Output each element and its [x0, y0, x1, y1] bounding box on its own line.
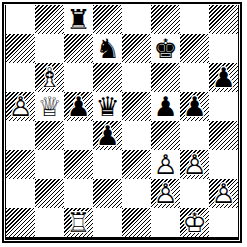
square-e5[interactable] [122, 92, 151, 121]
square-b3[interactable] [35, 150, 64, 179]
square-e7[interactable] [122, 34, 151, 63]
square-h5[interactable] [209, 92, 238, 121]
square-f4[interactable] [151, 121, 180, 150]
square-d4[interactable]: ♟♟ [93, 121, 122, 150]
square-e3[interactable] [122, 150, 151, 179]
square-c4[interactable] [64, 121, 93, 150]
square-g6[interactable] [180, 63, 209, 92]
black-pawn: ♟♟ [64, 92, 93, 121]
square-g5[interactable]: ♟♟ [180, 92, 209, 121]
white-pawn: ♟♙ [6, 92, 35, 121]
white-pawn-glyph: ♙ [209, 179, 238, 208]
white-queen-glyph: ♕ [35, 92, 64, 121]
white-king: ♚♔ [180, 208, 209, 237]
board-inner-border: ♜♜♞♞♚♚♝♗♟♟♟♙♛♕♟♟♛♛♟♟♟♟♟♟♟♙♟♙♟♙♟♙♜♖♚♔ [5, 5, 239, 240]
black-knight-glyph: ♞ [93, 34, 122, 63]
black-pawn-glyph: ♟ [64, 92, 93, 121]
white-queen: ♛♕ [35, 92, 64, 121]
black-pawn-glyph: ♟ [209, 63, 238, 92]
square-b5[interactable]: ♛♕ [35, 92, 64, 121]
square-h2[interactable]: ♟♙ [209, 179, 238, 208]
square-h4[interactable] [209, 121, 238, 150]
square-g4[interactable] [180, 121, 209, 150]
white-pawn-glyph: ♙ [6, 92, 35, 121]
white-king-glyph: ♔ [180, 208, 209, 237]
white-rook-glyph: ♖ [64, 208, 93, 237]
square-d3[interactable] [93, 150, 122, 179]
square-e6[interactable] [122, 63, 151, 92]
square-e4[interactable] [122, 121, 151, 150]
square-a7[interactable] [6, 34, 35, 63]
board-frame: ♜♜♞♞♚♚♝♗♟♟♟♙♛♕♟♟♛♛♟♟♟♟♟♟♟♙♟♙♟♙♟♙♜♖♚♔ [2, 2, 242, 243]
square-f8[interactable] [151, 5, 180, 34]
square-a8[interactable] [6, 5, 35, 34]
square-d2[interactable] [93, 179, 122, 208]
black-queen-glyph: ♛ [93, 92, 122, 121]
square-b4[interactable] [35, 121, 64, 150]
square-d7[interactable]: ♞♞ [93, 34, 122, 63]
square-a4[interactable] [6, 121, 35, 150]
black-pawn: ♟♟ [93, 121, 122, 150]
white-pawn: ♟♙ [151, 179, 180, 208]
white-pawn: ♟♙ [209, 179, 238, 208]
square-e8[interactable] [122, 5, 151, 34]
square-g2[interactable] [180, 179, 209, 208]
square-f6[interactable] [151, 63, 180, 92]
square-d8[interactable] [93, 5, 122, 34]
black-rook: ♜♜ [64, 5, 93, 34]
square-a5[interactable]: ♟♙ [6, 92, 35, 121]
white-bishop-glyph: ♗ [35, 63, 64, 92]
square-f2[interactable]: ♟♙ [151, 179, 180, 208]
square-b7[interactable] [35, 34, 64, 63]
square-h1[interactable] [209, 208, 238, 237]
square-d6[interactable] [93, 63, 122, 92]
white-bishop: ♝♗ [35, 63, 64, 92]
square-f1[interactable] [151, 208, 180, 237]
white-rook: ♜♖ [64, 208, 93, 237]
square-a1[interactable] [6, 208, 35, 237]
black-pawn-glyph: ♟ [180, 92, 209, 121]
square-c8[interactable]: ♜♜ [64, 5, 93, 34]
square-h7[interactable] [209, 34, 238, 63]
square-d1[interactable] [93, 208, 122, 237]
black-queen: ♛♛ [93, 92, 122, 121]
chess-board: ♜♜♞♞♚♚♝♗♟♟♟♙♛♕♟♟♛♛♟♟♟♟♟♟♟♙♟♙♟♙♟♙♜♖♚♔ [6, 5, 238, 237]
black-pawn: ♟♟ [209, 63, 238, 92]
black-king: ♚♚ [151, 34, 180, 63]
square-e2[interactable] [122, 179, 151, 208]
square-c3[interactable] [64, 150, 93, 179]
square-a6[interactable] [6, 63, 35, 92]
white-pawn-glyph: ♙ [151, 179, 180, 208]
white-pawn: ♟♙ [180, 150, 209, 179]
black-pawn: ♟♟ [151, 92, 180, 121]
square-d5[interactable]: ♛♛ [93, 92, 122, 121]
square-f7[interactable]: ♚♚ [151, 34, 180, 63]
white-pawn: ♟♙ [151, 150, 180, 179]
square-f3[interactable]: ♟♙ [151, 150, 180, 179]
square-c1[interactable]: ♜♖ [64, 208, 93, 237]
white-pawn-glyph: ♙ [151, 150, 180, 179]
square-b1[interactable] [35, 208, 64, 237]
chess-diagram: ♜♜♞♞♚♚♝♗♟♟♟♙♛♕♟♟♛♛♟♟♟♟♟♟♟♙♟♙♟♙♟♙♜♖♚♔ [0, 0, 247, 247]
square-c5[interactable]: ♟♟ [64, 92, 93, 121]
square-g1[interactable]: ♚♔ [180, 208, 209, 237]
black-knight: ♞♞ [93, 34, 122, 63]
square-c7[interactable] [64, 34, 93, 63]
square-h8[interactable] [209, 5, 238, 34]
black-rook-glyph: ♜ [64, 5, 93, 34]
square-b8[interactable] [35, 5, 64, 34]
square-c2[interactable] [64, 179, 93, 208]
square-g8[interactable] [180, 5, 209, 34]
black-king-glyph: ♚ [151, 34, 180, 63]
black-pawn: ♟♟ [180, 92, 209, 121]
square-b2[interactable] [35, 179, 64, 208]
square-a3[interactable] [6, 150, 35, 179]
white-pawn-glyph: ♙ [180, 150, 209, 179]
square-e1[interactable] [122, 208, 151, 237]
square-g3[interactable]: ♟♙ [180, 150, 209, 179]
square-a2[interactable] [6, 179, 35, 208]
black-pawn-glyph: ♟ [151, 92, 180, 121]
square-b6[interactable]: ♝♗ [35, 63, 64, 92]
square-f5[interactable]: ♟♟ [151, 92, 180, 121]
black-pawn-glyph: ♟ [93, 121, 122, 150]
square-h6[interactable]: ♟♟ [209, 63, 238, 92]
square-h3[interactable] [209, 150, 238, 179]
square-g7[interactable] [180, 34, 209, 63]
square-c6[interactable] [64, 63, 93, 92]
